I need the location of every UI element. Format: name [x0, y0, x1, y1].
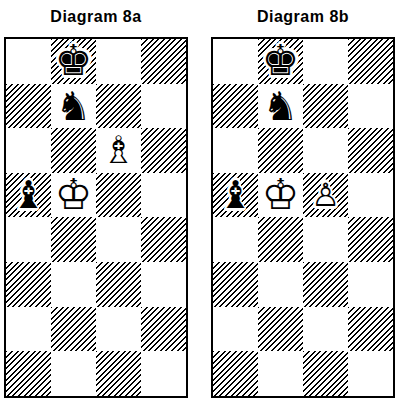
white-bishop: ♝♗ [101, 131, 135, 169]
black-knight: ♞♞ [56, 86, 92, 126]
chess-board-8a: ♚♚♞♞♝♗♝♝♚♔ [4, 37, 188, 398]
square-c7 [303, 84, 348, 129]
square-c5 [96, 173, 141, 218]
square-c3 [303, 262, 348, 307]
square-d8 [141, 39, 186, 84]
square-d7 [141, 84, 186, 129]
square-a7 [6, 84, 51, 129]
square-b4 [51, 217, 96, 262]
square-a3 [213, 262, 258, 307]
diagram-8b: Diagram 8b ♚♚♞♞♝♝♚♔♟♙ [211, 0, 395, 398]
square-b5: ♚♔ [258, 173, 303, 218]
chess-board-8b: ♚♚♞♞♝♝♚♔♟♙ [211, 37, 395, 398]
square-a8 [213, 39, 258, 84]
square-b6 [51, 128, 96, 173]
square-c4 [303, 217, 348, 262]
black-bishop: ♝♝ [11, 176, 45, 214]
square-c8 [303, 39, 348, 84]
square-c4 [96, 217, 141, 262]
square-c6 [303, 128, 348, 173]
square-b2 [51, 307, 96, 352]
diagram-8a: Diagram 8a ♚♚♞♞♝♗♝♝♚♔ [4, 0, 188, 398]
square-b8: ♚♚ [258, 39, 303, 84]
square-c8 [96, 39, 141, 84]
black-knight: ♞♞ [263, 86, 299, 126]
square-a6 [6, 128, 51, 173]
square-a2 [213, 307, 258, 352]
black-bishop-glyph: ♝ [11, 173, 45, 217]
black-bishop: ♝♝ [218, 176, 252, 214]
square-c1 [303, 351, 348, 396]
square-d4 [141, 217, 186, 262]
square-d4 [348, 217, 393, 262]
white-pawn: ♟♙ [311, 179, 340, 211]
black-king: ♚♚ [55, 40, 93, 82]
black-king-glyph: ♚ [55, 39, 93, 84]
square-a5: ♝♝ [6, 173, 51, 218]
square-a1 [6, 351, 51, 396]
white-king: ♚♔ [55, 174, 93, 216]
square-c5: ♟♙ [303, 173, 348, 218]
diagram-8a-title: Diagram 8a [4, 0, 188, 30]
square-b1 [51, 351, 96, 396]
square-c7 [96, 84, 141, 129]
square-c2 [303, 307, 348, 352]
square-c3 [96, 262, 141, 307]
square-b5: ♚♔ [51, 173, 96, 218]
square-c6: ♝♗ [96, 128, 141, 173]
square-b8: ♚♚ [51, 39, 96, 84]
square-a3 [6, 262, 51, 307]
square-b3 [258, 262, 303, 307]
square-c2 [96, 307, 141, 352]
square-a5: ♝♝ [213, 173, 258, 218]
square-d6 [348, 128, 393, 173]
white-king-glyph: ♔ [55, 173, 93, 218]
square-a4 [213, 217, 258, 262]
square-a2 [6, 307, 51, 352]
square-a8 [6, 39, 51, 84]
square-b7: ♞♞ [258, 84, 303, 129]
white-king: ♚♔ [262, 174, 300, 216]
square-d1 [348, 351, 393, 396]
black-bishop-glyph: ♝ [218, 173, 252, 217]
black-knight-glyph: ♞ [263, 84, 299, 129]
square-b3 [51, 262, 96, 307]
black-king: ♚♚ [262, 40, 300, 82]
white-king-glyph: ♔ [262, 173, 300, 218]
square-b2 [258, 307, 303, 352]
square-a4 [6, 217, 51, 262]
diagram-8b-title: Diagram 8b [211, 0, 395, 30]
square-d3 [348, 262, 393, 307]
square-d1 [141, 351, 186, 396]
square-d5 [348, 173, 393, 218]
square-b7: ♞♞ [51, 84, 96, 129]
square-d7 [348, 84, 393, 129]
white-bishop-glyph: ♗ [101, 128, 135, 172]
white-pawn-glyph: ♙ [311, 176, 340, 214]
square-a1 [213, 351, 258, 396]
square-c1 [96, 351, 141, 396]
square-a7 [213, 84, 258, 129]
black-knight-glyph: ♞ [56, 84, 92, 129]
square-d5 [141, 173, 186, 218]
square-d2 [141, 307, 186, 352]
square-a6 [213, 128, 258, 173]
square-d2 [348, 307, 393, 352]
square-d3 [141, 262, 186, 307]
square-d6 [141, 128, 186, 173]
square-b6 [258, 128, 303, 173]
square-b4 [258, 217, 303, 262]
square-b1 [258, 351, 303, 396]
square-d8 [348, 39, 393, 84]
black-king-glyph: ♚ [262, 39, 300, 84]
